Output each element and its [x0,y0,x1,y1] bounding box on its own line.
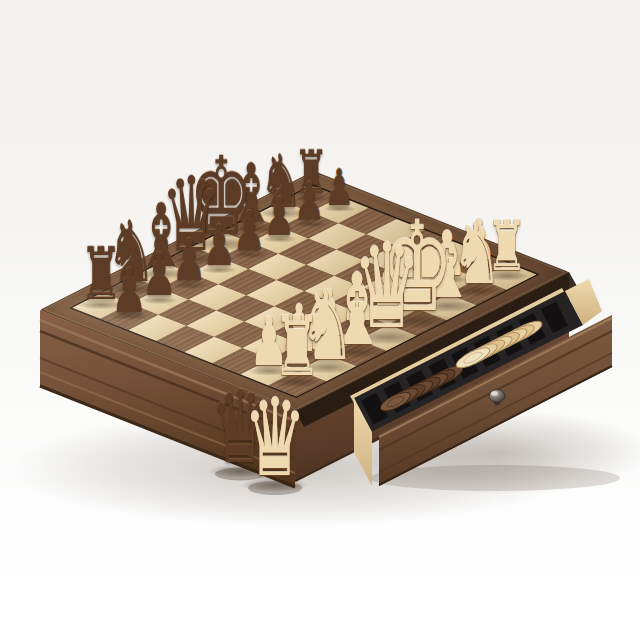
chess-set-product-photo: ♜♟♞♟♝♟♚♟♛♟♟♝♜♟♟♞♞♟♟♜♝♟♟♚♟♛♟♝♟♞♟♜♛♛ [0,0,640,640]
knob-highlight [491,391,498,395]
